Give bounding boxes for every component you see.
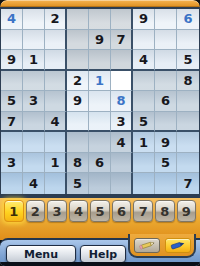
cell-r3c9[interactable]: 5 (177, 50, 199, 71)
cell-r8c7[interactable] (133, 153, 155, 174)
cell-r1c9[interactable]: 6 (177, 9, 199, 30)
cell-r4c9[interactable]: 8 (177, 71, 199, 92)
cell-r1c7[interactable]: 9 (133, 9, 155, 30)
cell-r7c3[interactable] (45, 132, 67, 153)
numpad-key-7[interactable]: 7 (133, 200, 153, 222)
cell-r1c5[interactable] (89, 9, 111, 30)
cell-r4c2[interactable] (23, 71, 45, 92)
pen-mode-tab (128, 234, 196, 258)
cell-r3c4[interactable] (67, 50, 89, 71)
cell-r7c2[interactable] (23, 132, 45, 153)
cell-r3c6[interactable] (111, 50, 133, 71)
cell-r9c4[interactable]: 5 (67, 173, 89, 194)
cell-r9c6[interactable] (111, 173, 133, 194)
numpad-key-6[interactable]: 6 (112, 200, 132, 222)
cell-r4c7[interactable] (133, 71, 155, 92)
cell-r2c3[interactable] (45, 30, 67, 51)
cell-r1c3[interactable]: 2 (45, 9, 67, 30)
cell-r5c6[interactable]: 8 (111, 91, 133, 112)
cell-r7c1[interactable] (1, 132, 23, 153)
cell-r2c1[interactable] (1, 30, 23, 51)
cell-r3c2[interactable]: 1 (23, 50, 45, 71)
sudoku-app-screen: 429697914521853986743541931865457 123456… (0, 0, 200, 266)
cell-r8c1[interactable]: 3 (1, 153, 23, 174)
top-title-bar (0, 0, 200, 7)
cell-r3c3[interactable] (45, 50, 67, 71)
cell-r2c5[interactable]: 9 (89, 30, 111, 51)
cell-r2c4[interactable] (67, 30, 89, 51)
cell-r5c4[interactable]: 9 (67, 91, 89, 112)
cell-r4c3[interactable] (45, 71, 67, 92)
cell-r6c5[interactable] (89, 112, 111, 133)
cell-r5c7[interactable] (133, 91, 155, 112)
numpad: 123456789 (0, 198, 200, 222)
board: 429697914521853986743541931865457 (0, 7, 200, 196)
cell-r3c5[interactable] (89, 50, 111, 71)
cell-r2c6[interactable]: 7 (111, 30, 133, 51)
cell-r5c1[interactable]: 5 (1, 91, 23, 112)
help-button[interactable]: Help (80, 245, 126, 263)
cell-r5c5[interactable] (89, 91, 111, 112)
cell-r4c6[interactable] (111, 71, 133, 92)
cell-r1c1[interactable]: 4 (1, 9, 23, 30)
cell-r7c9[interactable] (177, 132, 199, 153)
cell-r2c9[interactable] (177, 30, 199, 51)
cell-r8c6[interactable] (111, 153, 133, 174)
cell-r9c7[interactable] (133, 173, 155, 194)
cell-r1c4[interactable] (67, 9, 89, 30)
cell-r9c1[interactable] (1, 173, 23, 194)
cell-r2c7[interactable] (133, 30, 155, 51)
cell-r5c2[interactable]: 3 (23, 91, 45, 112)
cell-r6c7[interactable]: 5 (133, 112, 155, 133)
cell-r7c8[interactable]: 9 (155, 132, 177, 153)
cell-r9c8[interactable] (155, 173, 177, 194)
cell-r6c6[interactable]: 3 (111, 112, 133, 133)
cell-r5c3[interactable] (45, 91, 67, 112)
cell-r1c8[interactable] (155, 9, 177, 30)
cell-r9c2[interactable]: 4 (23, 173, 45, 194)
cell-r2c8[interactable] (155, 30, 177, 51)
cell-r6c4[interactable] (67, 112, 89, 133)
cell-r8c5[interactable]: 6 (89, 153, 111, 174)
cell-r1c2[interactable] (23, 9, 45, 30)
cell-r8c4[interactable]: 8 (67, 153, 89, 174)
pencil-icon (138, 239, 156, 251)
cell-r9c9[interactable]: 7 (177, 173, 199, 194)
numpad-key-3[interactable]: 3 (47, 200, 67, 222)
cell-r6c8[interactable] (155, 112, 177, 133)
numpad-key-5[interactable]: 5 (90, 200, 110, 222)
cell-r8c2[interactable] (23, 153, 45, 174)
menu-button[interactable]: Menu (6, 245, 76, 263)
marker-icon (169, 239, 187, 251)
cell-r4c4[interactable]: 2 (67, 71, 89, 92)
cell-r9c5[interactable] (89, 173, 111, 194)
numpad-key-9[interactable]: 9 (177, 200, 197, 222)
cell-r7c4[interactable] (67, 132, 89, 153)
cell-r8c8[interactable]: 5 (155, 153, 177, 174)
cell-r3c1[interactable]: 9 (1, 50, 23, 71)
numpad-key-8[interactable]: 8 (155, 200, 175, 222)
cell-r6c2[interactable] (23, 112, 45, 133)
cell-r8c9[interactable] (177, 153, 199, 174)
pencil-button[interactable] (134, 238, 160, 253)
cell-r1c6[interactable] (111, 9, 133, 30)
cell-r9c3[interactable] (45, 173, 67, 194)
numpad-key-4[interactable]: 4 (69, 200, 89, 222)
cell-r2c2[interactable] (23, 30, 45, 51)
cell-r3c8[interactable] (155, 50, 177, 71)
cell-r3c7[interactable]: 4 (133, 50, 155, 71)
cell-r8c3[interactable]: 1 (45, 153, 67, 174)
cell-r4c8[interactable] (155, 71, 177, 92)
cell-r6c9[interactable] (177, 112, 199, 133)
numpad-key-1[interactable]: 1 (4, 200, 24, 222)
cell-r5c8[interactable]: 6 (155, 91, 177, 112)
cell-r6c3[interactable]: 4 (45, 112, 67, 133)
marker-button[interactable] (165, 238, 191, 253)
cell-r6c1[interactable]: 7 (1, 112, 23, 133)
numpad-key-2[interactable]: 2 (26, 200, 46, 222)
cell-r7c7[interactable]: 1 (133, 132, 155, 153)
cell-r5c9[interactable] (177, 91, 199, 112)
cell-r4c1[interactable] (1, 71, 23, 92)
cell-r7c6[interactable]: 4 (111, 132, 133, 153)
cell-r4c5[interactable]: 1 (89, 71, 111, 92)
cell-r7c5[interactable] (89, 132, 111, 153)
